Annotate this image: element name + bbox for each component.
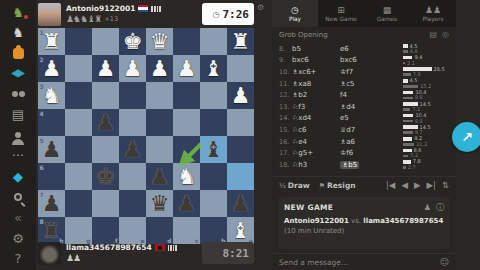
top-captured-pieces: ♟♞♞♝♜ +13 (66, 14, 118, 24)
black-B-piece: ♝ (200, 136, 227, 163)
nav-next-button[interactable]: ▶ (414, 181, 421, 190)
collapse-icon[interactable]: « (6, 208, 30, 227)
white-move[interactable]: ♘h3 (292, 161, 340, 169)
top-player-name[interactable]: Antonio9122001 (66, 4, 135, 13)
move-row: 13.♘f3♗d414.57.2 (279, 101, 451, 113)
white-P-piece: ♟ (146, 55, 173, 82)
square-c8[interactable]: c (173, 217, 200, 244)
square-a4[interactable] (227, 109, 254, 136)
chat-input[interactable]: Send a message... (279, 258, 440, 267)
move-row: 10.♗xc6+♔f728.57.8 (279, 66, 451, 78)
top-player-avatar[interactable] (38, 3, 61, 26)
square-e1[interactable]: ♚ (119, 28, 146, 55)
logo-knight-icon[interactable]: ♞ (6, 3, 30, 22)
square-h7[interactable]: ♟7 (38, 190, 65, 217)
croatia-flag-icon (138, 5, 148, 12)
play-tab-icon: ◷ (291, 6, 299, 15)
left-sidebar: ♞♞▤···◆«⚙? (0, 0, 36, 270)
square-a6[interactable] (227, 163, 254, 190)
black-move[interactable]: e6 (340, 45, 388, 53)
square-c6[interactable]: ♞ (173, 163, 200, 190)
matchup-detail: (10 min Unrated) (284, 227, 344, 235)
right-panel: ◷Play⊞New Game▦Games♟♟Players Grob Openi… (272, 0, 456, 270)
move-row: 8.b5e64.54.8 (279, 43, 451, 55)
rank-label: 5 (40, 137, 44, 144)
black-move[interactable]: e5 (340, 114, 388, 122)
matchup-white: Antonio9122001 (284, 217, 349, 225)
black-move[interactable]: f4 (340, 91, 388, 99)
move-times: 7.82.7 (403, 160, 451, 170)
bottom-player-clock: 8:21 (202, 242, 254, 264)
square-h3[interactable]: ♞3 (38, 82, 65, 109)
tab-play[interactable]: ◷Play (272, 0, 318, 27)
move-times: 28.57.8 (403, 67, 451, 77)
resign-button[interactable]: ⚑Resign (319, 181, 356, 190)
square-b7[interactable] (200, 190, 227, 217)
square-f1[interactable] (92, 28, 119, 55)
clock-icon: ◷ (213, 10, 220, 19)
move-row: 16.♘e4♗a69.211.2 (279, 136, 451, 148)
black-move[interactable]: ♕d7 (340, 126, 388, 134)
resign-flag-icon: ⚑ (319, 182, 325, 190)
square-h6[interactable]: 6 (38, 163, 65, 190)
white-P-piece: ♟ (119, 55, 146, 82)
black-P-piece: ♟ (146, 163, 173, 190)
square-c5[interactable] (173, 136, 200, 163)
move-times: 4.515.2 (403, 79, 451, 89)
white-K-piece: ♚ (119, 28, 146, 55)
move-row: 14.♘xd4e510.49.8 (279, 113, 451, 125)
top-player-bar: Antonio9122001 ♟♞♞♝♜ +13 ◷ 7:26 (38, 3, 254, 27)
help-icon[interactable]: ? (6, 249, 30, 268)
square-h8[interactable]: ♜8h (38, 217, 65, 244)
square-c2[interactable]: ♟ (173, 55, 200, 82)
square-c7[interactable]: ♟ (173, 190, 200, 217)
square-h4[interactable]: 4 (38, 109, 65, 136)
floating-action-button[interactable]: ↗ (452, 122, 480, 152)
move-times: 14.57.2 (403, 102, 451, 112)
white-R-piece: ♜ (227, 28, 254, 55)
square-b4[interactable] (200, 109, 227, 136)
black-Q-piece: ♛ (146, 190, 173, 217)
square-g1[interactable] (65, 28, 92, 55)
rank-label: 7 (40, 191, 44, 198)
black-P-piece: ♟ (227, 190, 254, 217)
square-b5[interactable]: ♝ (200, 136, 227, 163)
square-f3[interactable] (92, 82, 119, 109)
flip-board-icon[interactable]: ⇅ (442, 181, 449, 190)
bottom-player-avatar[interactable] (38, 242, 61, 265)
square-c3[interactable] (173, 82, 200, 109)
black-move[interactable]: bxc6 (340, 56, 388, 64)
white-Q-piece: ♛ (146, 28, 173, 55)
square-e7[interactable] (119, 190, 146, 217)
move-times: 9.42.1 (403, 55, 451, 65)
opening-name: Grob Opening (279, 31, 424, 39)
square-a3[interactable]: ♟ (227, 82, 254, 109)
white-move[interactable]: ♗b2 (292, 91, 340, 99)
rank-label: 6 (40, 164, 44, 171)
black-move[interactable]: ♗c5 (340, 80, 388, 88)
square-b2[interactable]: ♝ (200, 55, 227, 82)
move-row: 11.♗xa8♗c54.515.2 (279, 78, 451, 90)
square-d4[interactable] (146, 109, 173, 136)
square-b1[interactable] (200, 28, 227, 55)
opening-row: Grob Opening ▤ ◎ (272, 27, 456, 42)
square-f6[interactable]: ♚ (92, 163, 119, 190)
settings-gear-icon[interactable]: ⚙ (6, 229, 30, 248)
square-e3[interactable] (119, 82, 146, 109)
premium-diamond-icon[interactable]: ◆ (6, 167, 30, 186)
chess-board[interactable]: ♜1♚♛♜♟2♟♟♟♟♝♞3♟4♟♟5♟♝6♚♟♞♟7♛♟♟♜8hgfedcb♝… (38, 28, 254, 244)
games-tab-icon: ▦ (383, 6, 392, 15)
square-a7[interactable]: ♟ (227, 190, 254, 217)
square-h1[interactable]: ♜1 (38, 28, 65, 55)
square-f2[interactable]: ♟ (92, 55, 119, 82)
black-move[interactable]: ♔f7 (340, 68, 388, 76)
square-g5[interactable] (65, 136, 92, 163)
move-times: 14.59.7 (403, 125, 451, 135)
white-move[interactable]: b5 (292, 45, 340, 53)
matchup-line: Antonio9122001 vs. llama345678987654 (10… (284, 216, 444, 236)
draw-button[interactable]: ½Draw (279, 181, 310, 190)
game-controls: ½Draw ⚑Resign |◀◀▶▶|⇅ (272, 176, 456, 193)
challenge-icon[interactable]: ♟ (424, 203, 431, 212)
square-g8[interactable]: g (65, 217, 92, 244)
half-point-icon: ½ (279, 182, 286, 190)
opening-explorer-icon[interactable]: ◎ (442, 30, 449, 39)
square-e5[interactable]: ♟ (119, 136, 146, 163)
square-f4[interactable]: ♟ (92, 109, 119, 136)
square-d3[interactable] (146, 82, 173, 109)
nav-last-button[interactable]: ▶| (426, 181, 435, 190)
square-e4[interactable] (119, 109, 146, 136)
more-ellipsis-icon[interactable]: ··· (6, 147, 30, 166)
watch-binoculars-icon[interactable] (6, 85, 30, 104)
social-person-icon[interactable] (6, 126, 30, 145)
square-g2[interactable] (65, 55, 92, 82)
square-a8[interactable]: ♝a (227, 217, 254, 244)
white-move[interactable]: ♘xd4 (292, 114, 340, 122)
play-knight-icon[interactable]: ♞ (6, 24, 30, 43)
puzzles-icon[interactable] (6, 44, 30, 63)
square-d7[interactable]: ♛ (146, 190, 173, 217)
nav-prev-button[interactable]: ◀ (401, 181, 408, 190)
square-e8[interactable]: e (119, 217, 146, 244)
square-a5[interactable] (227, 136, 254, 163)
square-b8[interactable]: b (200, 217, 227, 244)
white-move[interactable]: ♗xc6+ (292, 68, 340, 76)
square-d5[interactable] (146, 136, 173, 163)
material-advantage: +13 (104, 15, 118, 23)
board-column: Antonio9122001 ♟♞♞♝♜ +13 ◷ 7:26 ♜1♚♛♜♟2♟… (38, 0, 254, 270)
white-N-piece: ♞ (173, 163, 200, 190)
square-g4[interactable] (65, 109, 92, 136)
nav-first-button[interactable]: |◀ (386, 181, 395, 190)
white-move[interactable]: ♘g5+ (292, 149, 340, 157)
black-K-piece: ♚ (92, 163, 119, 190)
square-a1[interactable]: ♜ (227, 28, 254, 55)
move-row: 15.♘c6♕d714.59.7 (279, 124, 451, 136)
move-row: 12.♗b2f410.49.8 (279, 89, 451, 101)
top-player-clock: ◷ 7:26 (202, 3, 254, 25)
square-e6[interactable] (119, 163, 146, 190)
bottom-player-bar: llama345678987654 ♟♟ 8:21 (38, 242, 254, 266)
white-B-piece: ♝ (200, 55, 227, 82)
top-connection-bars-icon (151, 6, 160, 12)
square-a2[interactable] (227, 55, 254, 82)
square-c1[interactable] (173, 28, 200, 55)
rank-label: 3 (40, 83, 44, 90)
square-d2[interactable]: ♟ (146, 55, 173, 82)
opening-book-icon[interactable]: ▤ (429, 30, 437, 39)
move-row: 9.bxc6bxc69.42.1 (279, 55, 451, 67)
new game-tab-icon: ⊞ (337, 6, 345, 15)
board-settings-gear-icon[interactable]: ⚙ (257, 3, 264, 12)
matchup-black: llama345678987654 (363, 217, 443, 225)
move-row: 17.♘g5+♔f68.65.2 (279, 147, 451, 159)
bottom-player-name[interactable]: llama345678987654 (66, 243, 152, 252)
bottom-connection-bars-icon (168, 245, 177, 251)
square-f7[interactable] (92, 190, 119, 217)
rank-label: 1 (40, 29, 44, 36)
notification-badge (23, 14, 29, 20)
albania-flag-icon (155, 244, 165, 251)
square-d6[interactable]: ♟ (146, 163, 173, 190)
square-h2[interactable]: ♟2 (38, 55, 65, 82)
square-h5[interactable]: ♟5 (38, 136, 65, 163)
chat-bar: Send a message... ☺ (272, 253, 456, 270)
move-times: 10.49.8 (403, 90, 451, 100)
rank-label: 4 (40, 110, 44, 117)
tab-games[interactable]: ▦Games (364, 0, 410, 27)
new-game-title: NEW GAME (284, 203, 419, 212)
white-P-piece: ♟ (173, 55, 200, 82)
square-g6[interactable] (65, 163, 92, 190)
black-P-piece: ♟ (173, 190, 200, 217)
learn-cap-icon[interactable] (6, 65, 30, 84)
square-b6[interactable] (200, 163, 227, 190)
black-move[interactable]: ♗a6 (340, 138, 388, 146)
square-c4[interactable] (173, 109, 200, 136)
black-move[interactable]: ♗d4 (340, 103, 388, 111)
white-move[interactable]: ♘e4 (292, 138, 340, 146)
white-P-piece: ♟ (92, 55, 119, 82)
players-tab-icon: ♟♟ (425, 6, 441, 15)
panel-tabs: ◷Play⊞New Game▦Games♟♟Players (272, 0, 456, 27)
new-game-box: NEW GAME ♟ ⓘ Antonio9122001 vs. llama345… (278, 197, 450, 249)
black-move[interactable]: ♔f6 (340, 149, 388, 157)
move-list: 8.b5e64.54.89.bxc6bxc69.42.110.♗xc6+♔f72… (272, 42, 456, 176)
search-icon[interactable] (6, 188, 30, 207)
move-times: 9.211.2 (403, 137, 451, 147)
tab-new-game[interactable]: ⊞New Game (318, 0, 364, 27)
square-f8[interactable]: f (92, 217, 119, 244)
tab-players[interactable]: ♟♟Players (410, 0, 456, 27)
white-P-piece: ♟ (227, 82, 254, 109)
square-f5[interactable] (92, 136, 119, 163)
square-g3[interactable] (65, 82, 92, 109)
info-icon[interactable]: ⓘ (436, 202, 444, 213)
white-move[interactable]: bxc6 (292, 56, 340, 64)
rank-label: 8 (40, 218, 44, 225)
white-move[interactable]: ♗xa8 (292, 80, 340, 88)
square-b3[interactable] (200, 82, 227, 109)
rank-label: 2 (40, 56, 44, 63)
square-d1[interactable]: ♛ (146, 28, 173, 55)
bottom-captured-pieces: ♟♟ (66, 253, 80, 263)
white-move[interactable]: ♘c6 (292, 126, 340, 134)
black-P-piece: ♟ (92, 109, 119, 136)
move-times: 8.65.2 (403, 148, 451, 158)
move-times: 4.54.8 (403, 44, 451, 54)
square-g7[interactable] (65, 190, 92, 217)
white-move[interactable]: ♘f3 (292, 103, 340, 111)
black-P-piece: ♟ (119, 136, 146, 163)
news-icon[interactable]: ▤ (6, 106, 30, 125)
square-d8[interactable]: d (146, 217, 173, 244)
black-move[interactable]: ♗b5 (340, 161, 388, 169)
emoji-icon[interactable]: ☺ (440, 257, 449, 267)
square-e2[interactable]: ♟ (119, 55, 146, 82)
move-row: 18.♘h3♗b57.82.7 (279, 159, 451, 171)
move-times: 10.49.8 (403, 113, 451, 123)
